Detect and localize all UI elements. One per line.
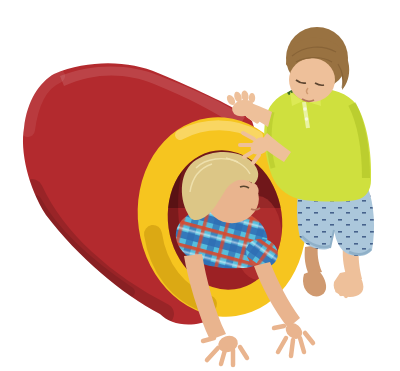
standing-child-face <box>289 58 335 102</box>
shirt-button <box>303 107 307 111</box>
shirt-button <box>305 117 309 121</box>
product-photo <box>0 0 400 371</box>
scene-illustration <box>0 0 400 371</box>
